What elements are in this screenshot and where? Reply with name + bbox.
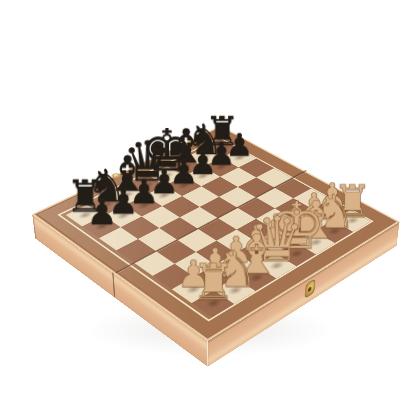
clasp-keyhole-icon — [308, 285, 312, 291]
chess-piece-glyph: ♟ — [86, 195, 117, 229]
chess-piece-glyph: ♜ — [191, 258, 235, 307]
brass-clasp-icon — [305, 278, 315, 298]
product-photo-scene: ♜♞♝♛♚♝♞♜♟♟♟♟♟♟♟♟♟♟♟♟♟♟♟♟♜♞♝♛♚♝♞♜ — [0, 0, 410, 410]
fold-seam-edge — [112, 272, 115, 298]
